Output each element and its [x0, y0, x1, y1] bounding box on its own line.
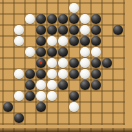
white-stone — [25, 14, 36, 25]
board-cell[interactable] — [113, 58, 124, 69]
white-stone — [14, 91, 25, 102]
board-cell[interactable] — [58, 25, 69, 36]
board-cell[interactable] — [91, 47, 102, 58]
black-stone — [58, 25, 69, 36]
board-cell[interactable] — [80, 80, 91, 91]
black-stone — [91, 58, 102, 69]
black-stone — [36, 102, 47, 113]
board-cell[interactable] — [102, 91, 113, 102]
board-cell[interactable] — [58, 69, 69, 80]
white-stone — [47, 69, 58, 80]
white-stone — [69, 3, 80, 14]
board-cell[interactable] — [91, 69, 102, 80]
board-cell[interactable] — [36, 69, 47, 80]
black-stone — [91, 14, 102, 25]
board-cell[interactable] — [14, 25, 25, 36]
black-stone — [36, 69, 47, 80]
board-cell[interactable] — [58, 113, 69, 124]
board-cell[interactable] — [25, 14, 36, 25]
black-stone — [91, 80, 102, 91]
board-cell[interactable] — [80, 102, 91, 113]
black-stone — [91, 25, 102, 36]
board-cell[interactable] — [36, 113, 47, 124]
black-stone — [69, 36, 80, 47]
board-cell[interactable] — [91, 91, 102, 102]
black-stone — [36, 47, 47, 58]
board-cell[interactable] — [14, 47, 25, 58]
board-cell[interactable] — [58, 58, 69, 69]
board-cell[interactable] — [113, 91, 124, 102]
white-stone — [47, 36, 58, 47]
board-cell[interactable] — [58, 91, 69, 102]
board-cell[interactable] — [36, 102, 47, 113]
black-stone — [47, 25, 58, 36]
board-cell[interactable] — [36, 91, 47, 102]
white-stone — [58, 69, 69, 80]
board-cell[interactable] — [3, 113, 14, 124]
board-cell[interactable] — [91, 102, 102, 113]
board-cell[interactable] — [80, 25, 91, 36]
black-stone — [91, 69, 102, 80]
black-stone — [3, 102, 14, 113]
board-cell[interactable] — [91, 36, 102, 47]
board-cell[interactable] — [3, 58, 14, 69]
black-stone — [113, 25, 124, 36]
board-grid — [3, 3, 124, 124]
white-stone — [14, 69, 25, 80]
black-stone — [25, 80, 36, 91]
board-cell[interactable] — [25, 58, 36, 69]
board-cell[interactable] — [14, 80, 25, 91]
board-cell[interactable] — [102, 102, 113, 113]
black-stone — [69, 14, 80, 25]
board-cell[interactable] — [36, 58, 47, 69]
board-cell[interactable] — [102, 69, 113, 80]
board-cell[interactable] — [91, 25, 102, 36]
black-stone — [58, 80, 69, 91]
board-cell[interactable] — [58, 102, 69, 113]
white-stone — [80, 69, 91, 80]
board-cell[interactable] — [47, 80, 58, 91]
board-cell[interactable] — [47, 58, 58, 69]
board-cell[interactable] — [3, 14, 14, 25]
board-cell[interactable] — [25, 91, 36, 102]
board-cell[interactable] — [25, 80, 36, 91]
board-cell[interactable] — [47, 3, 58, 14]
board-cell[interactable] — [14, 36, 25, 47]
board-cell[interactable] — [80, 3, 91, 14]
black-stone — [91, 36, 102, 47]
board-cell[interactable] — [25, 25, 36, 36]
board-cell[interactable] — [69, 102, 80, 113]
white-stone — [14, 36, 25, 47]
board-cell[interactable] — [113, 14, 124, 25]
black-stone — [36, 14, 47, 25]
board-cell[interactable] — [3, 69, 14, 80]
board-cell[interactable] — [36, 14, 47, 25]
board-cell[interactable] — [102, 47, 113, 58]
board-cell[interactable] — [47, 25, 58, 36]
board-cell[interactable] — [102, 80, 113, 91]
board-cell[interactable] — [14, 113, 25, 124]
board-cell[interactable] — [14, 69, 25, 80]
board-cell[interactable] — [113, 3, 124, 14]
white-stone — [47, 91, 58, 102]
board-cell[interactable] — [91, 113, 102, 124]
board-cell[interactable] — [91, 3, 102, 14]
white-stone — [36, 80, 47, 91]
white-stone — [25, 47, 36, 58]
board-cell[interactable] — [36, 47, 47, 58]
board-cell[interactable] — [3, 3, 14, 14]
board-cell[interactable] — [58, 14, 69, 25]
board-cell[interactable] — [25, 36, 36, 47]
board-cell[interactable] — [69, 91, 80, 102]
board-cell[interactable] — [3, 91, 14, 102]
board-cell[interactable] — [58, 47, 69, 58]
board-cell[interactable] — [69, 25, 80, 36]
board-cell[interactable] — [58, 36, 69, 47]
board-cell[interactable] — [80, 91, 91, 102]
board-cell[interactable] — [69, 113, 80, 124]
black-stone — [25, 69, 36, 80]
board-cell[interactable] — [47, 69, 58, 80]
board-cell[interactable] — [25, 102, 36, 113]
black-stone — [14, 113, 25, 124]
white-stone — [36, 91, 47, 102]
black-stone — [47, 47, 58, 58]
black-stone — [80, 36, 91, 47]
board-cell[interactable] — [14, 3, 25, 14]
board-cell[interactable] — [80, 69, 91, 80]
board-cell[interactable] — [80, 47, 91, 58]
black-stone — [47, 14, 58, 25]
white-stone — [80, 58, 91, 69]
board-cell[interactable] — [102, 36, 113, 47]
board-cell[interactable] — [102, 14, 113, 25]
board-cell[interactable] — [113, 102, 124, 113]
white-stone — [80, 25, 91, 36]
black-stone — [69, 91, 80, 102]
board-cell[interactable] — [80, 113, 91, 124]
board-cell[interactable] — [3, 102, 14, 113]
white-stone — [47, 80, 58, 91]
board-cell[interactable] — [69, 69, 80, 80]
black-stone — [25, 91, 36, 102]
board-cell[interactable] — [102, 25, 113, 36]
white-stone — [47, 58, 58, 69]
board-cell[interactable] — [47, 113, 58, 124]
board-cell[interactable] — [69, 3, 80, 14]
board-cell[interactable] — [25, 113, 36, 124]
board-cell[interactable] — [3, 36, 14, 47]
board-cell[interactable] — [113, 80, 124, 91]
board-cell[interactable] — [58, 80, 69, 91]
board-cell[interactable] — [36, 3, 47, 14]
board-cell[interactable] — [69, 14, 80, 25]
go-board — [0, 0, 132, 132]
white-stone — [80, 14, 91, 25]
board-cell[interactable] — [47, 14, 58, 25]
board-cell[interactable] — [47, 47, 58, 58]
white-stone — [58, 58, 69, 69]
board-cell[interactable] — [25, 69, 36, 80]
black-stone — [69, 25, 80, 36]
board-cell[interactable] — [69, 80, 80, 91]
board-cell[interactable] — [113, 36, 124, 47]
board-cell[interactable] — [36, 80, 47, 91]
board-cell[interactable] — [102, 3, 113, 14]
board-cell[interactable] — [3, 47, 14, 58]
board-cell[interactable] — [25, 47, 36, 58]
board-cell[interactable] — [47, 36, 58, 47]
board-cell[interactable] — [113, 47, 124, 58]
board-cell[interactable] — [69, 58, 80, 69]
board-cell[interactable] — [91, 80, 102, 91]
board-cell[interactable] — [36, 25, 47, 36]
board-cell[interactable] — [14, 58, 25, 69]
board-cell[interactable] — [113, 25, 124, 36]
black-stone — [36, 58, 47, 69]
board-cell[interactable] — [14, 91, 25, 102]
board-cell[interactable] — [69, 36, 80, 47]
board-cell[interactable] — [25, 3, 36, 14]
white-stone — [80, 47, 91, 58]
board-cell[interactable] — [102, 113, 113, 124]
board-edge-shadow — [0, 128, 132, 132]
board-cell[interactable] — [80, 14, 91, 25]
board-cell[interactable] — [80, 36, 91, 47]
black-stone — [58, 14, 69, 25]
board-cell[interactable] — [47, 102, 58, 113]
white-stone — [14, 25, 25, 36]
board-cell[interactable] — [36, 36, 47, 47]
black-stone — [69, 69, 80, 80]
board-cell[interactable] — [113, 113, 124, 124]
white-stone — [91, 47, 102, 58]
white-stone — [58, 36, 69, 47]
black-stone — [102, 58, 113, 69]
last-move-marker — [39, 61, 42, 64]
board-cell[interactable] — [3, 25, 14, 36]
board-cell[interactable] — [3, 80, 14, 91]
black-stone — [36, 36, 47, 47]
board-cell[interactable] — [113, 69, 124, 80]
board-cell[interactable] — [47, 91, 58, 102]
board-cell[interactable] — [69, 47, 80, 58]
board-cell[interactable] — [14, 102, 25, 113]
black-stone — [36, 25, 47, 36]
black-stone — [58, 47, 69, 58]
black-stone — [80, 80, 91, 91]
board-cell[interactable] — [14, 14, 25, 25]
board-cell[interactable] — [102, 58, 113, 69]
white-stone — [69, 102, 80, 113]
board-cell[interactable] — [58, 3, 69, 14]
board-cell[interactable] — [80, 58, 91, 69]
board-cell[interactable] — [91, 14, 102, 25]
board-cell[interactable] — [91, 58, 102, 69]
black-stone — [69, 58, 80, 69]
